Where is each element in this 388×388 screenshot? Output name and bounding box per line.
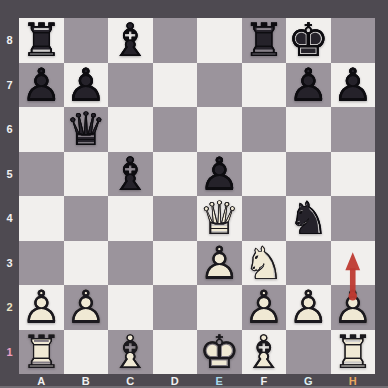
piece-outline-glyph: ♙ — [197, 152, 242, 197]
piece-white-king[interactable]: ♚♔ — [197, 330, 242, 375]
piece-fill-glyph: ♟ — [331, 285, 376, 330]
piece-fill-glyph: ♞ — [242, 241, 287, 286]
square-c6[interactable] — [108, 107, 153, 152]
piece-white-pawn[interactable]: ♟♙ — [331, 285, 376, 330]
square-a5[interactable] — [19, 152, 64, 197]
file-label-h: H — [331, 374, 376, 388]
square-d5[interactable] — [153, 152, 198, 197]
piece-outline-glyph: ♕ — [64, 107, 109, 152]
square-h2[interactable]: ♟♙ — [331, 285, 376, 330]
square-g2[interactable]: ♟♙ — [286, 285, 331, 330]
piece-fill-glyph: ♟ — [197, 152, 242, 197]
square-a1[interactable]: ♜♖ — [19, 330, 64, 375]
piece-outline-glyph: ♙ — [64, 285, 109, 330]
piece-fill-glyph: ♝ — [108, 18, 153, 63]
piece-fill-glyph: ♜ — [331, 330, 376, 375]
square-g4[interactable]: ♞♘ — [286, 196, 331, 241]
piece-outline-glyph: ♕ — [197, 196, 242, 241]
piece-outline-glyph: ♙ — [64, 63, 109, 108]
square-a8[interactable]: ♜♖ — [19, 18, 64, 63]
square-f5[interactable] — [242, 152, 287, 197]
square-f6[interactable] — [242, 107, 287, 152]
piece-fill-glyph: ♜ — [242, 18, 287, 63]
square-b6[interactable]: ♛♕ — [64, 107, 109, 152]
square-e7[interactable] — [197, 63, 242, 108]
piece-outline-glyph: ♙ — [286, 63, 331, 108]
piece-black-king[interactable]: ♚♔ — [286, 18, 331, 63]
square-e8[interactable] — [197, 18, 242, 63]
piece-fill-glyph: ♛ — [197, 196, 242, 241]
piece-black-rook[interactable]: ♜♖ — [242, 18, 287, 63]
rank-label-5: 5 — [0, 152, 19, 197]
square-f3[interactable]: ♞♘ — [242, 241, 287, 286]
piece-fill-glyph: ♜ — [19, 18, 64, 63]
square-h5[interactable] — [331, 152, 376, 197]
file-label-f: F — [242, 374, 287, 388]
file-label-d: D — [153, 374, 198, 388]
file-label-e: E — [197, 374, 242, 388]
square-h6[interactable] — [331, 107, 376, 152]
piece-white-rook[interactable]: ♜♖ — [331, 330, 376, 375]
square-g1[interactable] — [286, 330, 331, 375]
piece-black-knight[interactable]: ♞♘ — [286, 196, 331, 241]
square-f4[interactable] — [242, 196, 287, 241]
piece-white-queen[interactable]: ♛♕ — [197, 196, 242, 241]
rank-label-7: 7 — [0, 63, 19, 108]
rank-label-4: 4 — [0, 196, 19, 241]
piece-white-bishop[interactable]: ♝♗ — [108, 330, 153, 375]
piece-outline-glyph: ♙ — [242, 285, 287, 330]
square-e5[interactable]: ♟♙ — [197, 152, 242, 197]
square-f8[interactable]: ♜♖ — [242, 18, 287, 63]
rank-label-8: 8 — [0, 18, 19, 63]
piece-fill-glyph: ♜ — [19, 330, 64, 375]
piece-black-pawn[interactable]: ♟♙ — [331, 63, 376, 108]
piece-outline-glyph: ♙ — [19, 63, 64, 108]
rank-label-3: 3 — [0, 241, 19, 286]
piece-fill-glyph: ♟ — [197, 241, 242, 286]
square-d7[interactable] — [153, 63, 198, 108]
piece-black-queen[interactable]: ♛♕ — [64, 107, 109, 152]
square-b3[interactable] — [64, 241, 109, 286]
square-d3[interactable] — [153, 241, 198, 286]
square-h1[interactable]: ♜♖ — [331, 330, 376, 375]
piece-white-bishop[interactable]: ♝♗ — [242, 330, 287, 375]
piece-outline-glyph: ♖ — [19, 330, 64, 375]
file-label-b: B — [64, 374, 109, 388]
file-labels: ABCDEFGH — [19, 374, 375, 388]
piece-outline-glyph: ♗ — [242, 330, 287, 375]
piece-outline-glyph: ♙ — [19, 285, 64, 330]
square-a2[interactable]: ♟♙ — [19, 285, 64, 330]
file-label-a: A — [19, 374, 64, 388]
piece-outline-glyph: ♖ — [19, 18, 64, 63]
square-h3[interactable] — [331, 241, 376, 286]
square-b8[interactable] — [64, 18, 109, 63]
piece-fill-glyph: ♝ — [108, 330, 153, 375]
square-e3[interactable]: ♟♙ — [197, 241, 242, 286]
square-a7[interactable]: ♟♙ — [19, 63, 64, 108]
square-b7[interactable]: ♟♙ — [64, 63, 109, 108]
square-c2[interactable] — [108, 285, 153, 330]
chessboard[interactable]: ♜♖♝♗♜♖♚♔♟♙♟♙♟♙♟♙♛♕♝♗♟♙♛♕♞♘♟♙♞♘♟♙♟♙♟♙♟♙♟♙… — [19, 18, 375, 374]
rank-label-1: 1 — [0, 330, 19, 375]
square-g8[interactable]: ♚♔ — [286, 18, 331, 63]
piece-outline-glyph: ♖ — [331, 330, 376, 375]
piece-fill-glyph: ♚ — [286, 18, 331, 63]
square-e1[interactable]: ♚♔ — [197, 330, 242, 375]
piece-black-pawn[interactable]: ♟♙ — [64, 63, 109, 108]
square-e4[interactable]: ♛♕ — [197, 196, 242, 241]
piece-outline-glyph: ♙ — [286, 285, 331, 330]
piece-fill-glyph: ♛ — [64, 107, 109, 152]
square-g5[interactable] — [286, 152, 331, 197]
square-d4[interactable] — [153, 196, 198, 241]
piece-fill-glyph: ♟ — [286, 63, 331, 108]
square-f1[interactable]: ♝♗ — [242, 330, 287, 375]
piece-fill-glyph: ♞ — [286, 196, 331, 241]
square-d1[interactable] — [153, 330, 198, 375]
piece-white-rook[interactable]: ♜♖ — [19, 330, 64, 375]
file-label-g: G — [286, 374, 331, 388]
square-b1[interactable] — [64, 330, 109, 375]
piece-outline-glyph: ♘ — [286, 196, 331, 241]
piece-outline-glyph: ♙ — [197, 241, 242, 286]
square-h7[interactable]: ♟♙ — [331, 63, 376, 108]
piece-outline-glyph: ♙ — [331, 63, 376, 108]
piece-outline-glyph: ♗ — [108, 18, 153, 63]
piece-fill-glyph: ♚ — [197, 330, 242, 375]
piece-black-bishop[interactable]: ♝♗ — [108, 18, 153, 63]
piece-fill-glyph: ♟ — [331, 63, 376, 108]
square-e6[interactable] — [197, 107, 242, 152]
rank-label-2: 2 — [0, 285, 19, 330]
piece-fill-glyph: ♝ — [242, 330, 287, 375]
square-a4[interactable] — [19, 196, 64, 241]
square-f2[interactable]: ♟♙ — [242, 285, 287, 330]
square-f7[interactable] — [242, 63, 287, 108]
square-a6[interactable] — [19, 107, 64, 152]
piece-outline-glyph: ♖ — [242, 18, 287, 63]
rank-labels: 87654321 — [0, 18, 19, 374]
square-a3[interactable] — [19, 241, 64, 286]
square-d8[interactable] — [153, 18, 198, 63]
piece-fill-glyph: ♟ — [19, 285, 64, 330]
piece-white-knight[interactable]: ♞♘ — [242, 241, 287, 286]
square-c3[interactable] — [108, 241, 153, 286]
piece-outline-glyph: ♔ — [197, 330, 242, 375]
rank-label-6: 6 — [0, 107, 19, 152]
square-g3[interactable] — [286, 241, 331, 286]
square-c1[interactable]: ♝♗ — [108, 330, 153, 375]
square-g7[interactable]: ♟♙ — [286, 63, 331, 108]
piece-white-pawn[interactable]: ♟♙ — [286, 285, 331, 330]
piece-fill-glyph: ♟ — [242, 285, 287, 330]
file-label-c: C — [108, 374, 153, 388]
piece-white-pawn[interactable]: ♟♙ — [197, 241, 242, 286]
piece-black-bishop[interactable]: ♝♗ — [108, 152, 153, 197]
square-c5[interactable]: ♝♗ — [108, 152, 153, 197]
piece-black-pawn[interactable]: ♟♙ — [19, 63, 64, 108]
chessboard-frame: 87654321 ABCDEFGH ♜♖♝♗♜♖♚♔♟♙♟♙♟♙♟♙♛♕♝♗♟♙… — [0, 0, 388, 388]
piece-white-pawn[interactable]: ♟♙ — [19, 285, 64, 330]
square-e2[interactable] — [197, 285, 242, 330]
piece-outline-glyph: ♗ — [108, 330, 153, 375]
piece-black-pawn[interactable]: ♟♙ — [286, 63, 331, 108]
piece-fill-glyph: ♟ — [64, 63, 109, 108]
piece-white-pawn[interactable]: ♟♙ — [64, 285, 109, 330]
square-b4[interactable] — [64, 196, 109, 241]
piece-fill-glyph: ♟ — [19, 63, 64, 108]
piece-black-pawn[interactable]: ♟♙ — [197, 152, 242, 197]
piece-outline-glyph: ♔ — [286, 18, 331, 63]
square-b5[interactable] — [64, 152, 109, 197]
square-c4[interactable] — [108, 196, 153, 241]
piece-fill-glyph: ♟ — [286, 285, 331, 330]
square-c8[interactable]: ♝♗ — [108, 18, 153, 63]
piece-outline-glyph: ♙ — [331, 285, 376, 330]
piece-fill-glyph: ♟ — [64, 285, 109, 330]
square-b2[interactable]: ♟♙ — [64, 285, 109, 330]
piece-outline-glyph: ♘ — [242, 241, 287, 286]
square-c7[interactable] — [108, 63, 153, 108]
piece-black-rook[interactable]: ♜♖ — [19, 18, 64, 63]
piece-outline-glyph: ♗ — [108, 152, 153, 197]
piece-white-pawn[interactable]: ♟♙ — [242, 285, 287, 330]
square-h8[interactable] — [331, 18, 376, 63]
square-d6[interactable] — [153, 107, 198, 152]
square-g6[interactable] — [286, 107, 331, 152]
square-d2[interactable] — [153, 285, 198, 330]
square-h4[interactable] — [331, 196, 376, 241]
piece-fill-glyph: ♝ — [108, 152, 153, 197]
